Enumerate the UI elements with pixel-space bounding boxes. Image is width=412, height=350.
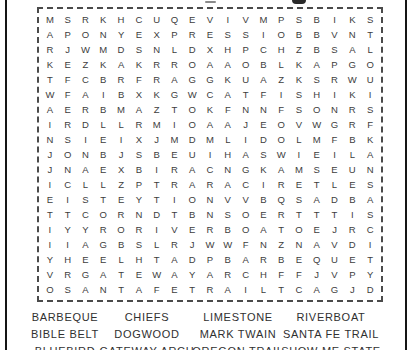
grid-cell-r17c1[interactable]: Y bbox=[41, 252, 59, 267]
grid-cell-r5c18[interactable]: W bbox=[343, 72, 361, 87]
grid-cell-r2c7[interactable]: X bbox=[148, 27, 166, 42]
grid-cell-r1c1[interactable]: M bbox=[41, 12, 59, 27]
grid-cell-r5c13[interactable]: A bbox=[254, 72, 272, 87]
grid-cell-r9c17[interactable]: F bbox=[326, 132, 344, 147]
grid-cell-r2c19[interactable]: T bbox=[361, 27, 379, 42]
grid-cell-r18c7[interactable]: W bbox=[148, 267, 166, 282]
grid-cell-r4c18[interactable]: G bbox=[343, 57, 361, 72]
grid-cell-r10c14[interactable]: W bbox=[272, 147, 290, 162]
grid-cell-r8c1[interactable]: I bbox=[41, 117, 59, 132]
grid-cell-r19c8[interactable]: E bbox=[166, 282, 184, 297]
grid-cell-r17c6[interactable]: H bbox=[130, 252, 148, 267]
grid-cell-r4c11[interactable]: A bbox=[219, 57, 237, 72]
grid-cell-r5c5[interactable]: R bbox=[112, 72, 130, 87]
grid-cell-r5c14[interactable]: Z bbox=[272, 72, 290, 87]
grid-cell-r15c16[interactable]: E bbox=[308, 222, 326, 237]
grid-cell-r17c5[interactable]: L bbox=[112, 252, 130, 267]
grid-cell-r7c7[interactable]: Z bbox=[148, 102, 166, 117]
grid-cell-r18c3[interactable]: G bbox=[77, 267, 95, 282]
grid-cell-r8c4[interactable]: L bbox=[94, 117, 112, 132]
grid-cell-r6c7[interactable]: K bbox=[148, 87, 166, 102]
grid-cell-r13c2[interactable]: I bbox=[59, 192, 77, 207]
grid-cell-r14c11[interactable]: S bbox=[219, 207, 237, 222]
grid-cell-r10c11[interactable]: H bbox=[219, 147, 237, 162]
grid-cell-r14c9[interactable]: B bbox=[183, 207, 201, 222]
grid-cell-r15c7[interactable]: I bbox=[148, 222, 166, 237]
grid-cell-r2c11[interactable]: S bbox=[219, 27, 237, 42]
grid-cell-r7c9[interactable]: O bbox=[183, 102, 201, 117]
grid-cell-r10c17[interactable]: I bbox=[326, 147, 344, 162]
grid-cell-r9c10[interactable]: M bbox=[201, 132, 219, 147]
grid-cell-r15c15[interactable]: O bbox=[290, 222, 308, 237]
grid-cell-r11c8[interactable]: R bbox=[166, 162, 184, 177]
grid-cell-r11c10[interactable]: C bbox=[201, 162, 219, 177]
grid-cell-r15c18[interactable]: R bbox=[343, 222, 361, 237]
grid-cell-r1c4[interactable]: K bbox=[94, 12, 112, 27]
grid-cell-r16c17[interactable]: V bbox=[326, 237, 344, 252]
grid-cell-r9c14[interactable]: O bbox=[272, 132, 290, 147]
grid-cell-r5c9[interactable]: G bbox=[183, 72, 201, 87]
grid-cell-r8c18[interactable]: R bbox=[343, 117, 361, 132]
grid-cell-r7c18[interactable]: R bbox=[343, 102, 361, 117]
grid-cell-r13c12[interactable]: V bbox=[237, 192, 255, 207]
grid-cell-r4c17[interactable]: P bbox=[326, 57, 344, 72]
grid-cell-r18c13[interactable]: H bbox=[254, 267, 272, 282]
grid-cell-r6c17[interactable]: I bbox=[326, 87, 344, 102]
grid-cell-r12c16[interactable]: T bbox=[308, 177, 326, 192]
grid-cell-r15c11[interactable]: B bbox=[219, 222, 237, 237]
grid-cell-r3c17[interactable]: S bbox=[326, 42, 344, 57]
grid-cell-r14c17[interactable]: T bbox=[326, 207, 344, 222]
grid-cell-r6c14[interactable]: I bbox=[272, 87, 290, 102]
grid-cell-r3c6[interactable]: S bbox=[130, 42, 148, 57]
grid-cell-r9c18[interactable]: B bbox=[343, 132, 361, 147]
grid-cell-r7c5[interactable]: M bbox=[112, 102, 130, 117]
grid-cell-r3c11[interactable]: H bbox=[219, 42, 237, 57]
grid-cell-r18c4[interactable]: A bbox=[94, 267, 112, 282]
grid-cell-r15c12[interactable]: O bbox=[237, 222, 255, 237]
grid-cell-r18c2[interactable]: R bbox=[59, 267, 77, 282]
grid-cell-r12c17[interactable]: L bbox=[326, 177, 344, 192]
grid-cell-r6c16[interactable]: H bbox=[308, 87, 326, 102]
grid-cell-r1c6[interactable]: C bbox=[130, 12, 148, 27]
grid-cell-r9c11[interactable]: L bbox=[219, 132, 237, 147]
grid-cell-r19c4[interactable]: N bbox=[94, 282, 112, 297]
grid-cell-r17c15[interactable]: E bbox=[290, 252, 308, 267]
grid-cell-r12c18[interactable]: E bbox=[343, 177, 361, 192]
grid-cell-r16c7[interactable]: L bbox=[148, 237, 166, 252]
grid-cell-r11c4[interactable]: E bbox=[94, 162, 112, 177]
grid-cell-r8c8[interactable]: I bbox=[166, 117, 184, 132]
grid-cell-r10c13[interactable]: S bbox=[254, 147, 272, 162]
grid-cell-r18c8[interactable]: A bbox=[166, 267, 184, 282]
grid-cell-r13c9[interactable]: O bbox=[183, 192, 201, 207]
grid-cell-r6c18[interactable]: K bbox=[343, 87, 361, 102]
grid-cell-r11c3[interactable]: A bbox=[77, 162, 95, 177]
grid-cell-r3c19[interactable]: L bbox=[361, 42, 379, 57]
grid-cell-r8c10[interactable]: A bbox=[201, 117, 219, 132]
grid-cell-r6c10[interactable]: C bbox=[201, 87, 219, 102]
grid-cell-r13c14[interactable]: Q bbox=[272, 192, 290, 207]
grid-cell-r16c6[interactable]: S bbox=[130, 237, 148, 252]
grid-cell-r13c5[interactable]: E bbox=[112, 192, 130, 207]
grid-cell-r8c3[interactable]: D bbox=[77, 117, 95, 132]
grid-cell-r15c6[interactable]: R bbox=[130, 222, 148, 237]
grid-cell-r16c8[interactable]: R bbox=[166, 237, 184, 252]
grid-cell-r12c9[interactable]: A bbox=[183, 177, 201, 192]
grid-cell-r3c14[interactable]: H bbox=[272, 42, 290, 57]
grid-cell-r8c11[interactable]: A bbox=[219, 117, 237, 132]
grid-cell-r3c15[interactable]: Z bbox=[290, 42, 308, 57]
grid-cell-r19c11[interactable]: A bbox=[219, 282, 237, 297]
grid-cell-r1c14[interactable]: P bbox=[272, 12, 290, 27]
grid-cell-r4c12[interactable]: O bbox=[237, 57, 255, 72]
grid-cell-r4c6[interactable]: K bbox=[130, 57, 148, 72]
grid-cell-r6c1[interactable]: W bbox=[41, 87, 59, 102]
grid-cell-r18c5[interactable]: T bbox=[112, 267, 130, 282]
grid-cell-r6c3[interactable]: A bbox=[77, 87, 95, 102]
grid-cell-r14c6[interactable]: N bbox=[130, 207, 148, 222]
grid-cell-r16c11[interactable]: W bbox=[219, 237, 237, 252]
grid-cell-r13c11[interactable]: V bbox=[219, 192, 237, 207]
grid-cell-r14c3[interactable]: C bbox=[77, 207, 95, 222]
grid-cell-r6c2[interactable]: F bbox=[59, 87, 77, 102]
grid-cell-r8c5[interactable]: L bbox=[112, 117, 130, 132]
grid-cell-r13c4[interactable]: T bbox=[94, 192, 112, 207]
grid-cell-r4c4[interactable]: K bbox=[94, 57, 112, 72]
grid-cell-r2c18[interactable]: N bbox=[343, 27, 361, 42]
grid-cell-r9c15[interactable]: L bbox=[290, 132, 308, 147]
grid-cell-r15c2[interactable]: Y bbox=[59, 222, 77, 237]
grid-cell-r7c19[interactable]: S bbox=[361, 102, 379, 117]
grid-cell-r9c1[interactable]: N bbox=[41, 132, 59, 147]
grid-cell-r11c17[interactable]: E bbox=[326, 162, 344, 177]
grid-cell-r10c3[interactable]: N bbox=[77, 147, 95, 162]
grid-cell-r2c6[interactable]: E bbox=[130, 27, 148, 42]
grid-cell-r13c17[interactable]: D bbox=[326, 192, 344, 207]
grid-cell-r1c8[interactable]: Q bbox=[166, 12, 184, 27]
grid-cell-r2c8[interactable]: P bbox=[166, 27, 184, 42]
grid-cell-r16c2[interactable]: I bbox=[59, 237, 77, 252]
grid-cell-r18c14[interactable]: F bbox=[272, 267, 290, 282]
grid-cell-r18c10[interactable]: A bbox=[201, 267, 219, 282]
grid-cell-r18c1[interactable]: V bbox=[41, 267, 59, 282]
grid-cell-r4c2[interactable]: E bbox=[59, 57, 77, 72]
grid-cell-r17c3[interactable]: E bbox=[77, 252, 95, 267]
grid-cell-r6c9[interactable]: W bbox=[183, 87, 201, 102]
grid-cell-r8c7[interactable]: M bbox=[148, 117, 166, 132]
grid-cell-r15c14[interactable]: T bbox=[272, 222, 290, 237]
grid-cell-r12c7[interactable]: T bbox=[148, 177, 166, 192]
grid-cell-r4c9[interactable]: O bbox=[183, 57, 201, 72]
grid-cell-r18c18[interactable]: P bbox=[343, 267, 361, 282]
grid-cell-r7c6[interactable]: A bbox=[130, 102, 148, 117]
grid-cell-r13c3[interactable]: S bbox=[77, 192, 95, 207]
grid-cell-r6c5[interactable]: B bbox=[112, 87, 130, 102]
grid-cell-r8c9[interactable]: O bbox=[183, 117, 201, 132]
grid-cell-r10c4[interactable]: B bbox=[94, 147, 112, 162]
grid-cell-r15c3[interactable]: Y bbox=[77, 222, 95, 237]
grid-cell-r3c2[interactable]: J bbox=[59, 42, 77, 57]
grid-cell-r12c4[interactable]: L bbox=[94, 177, 112, 192]
grid-cell-r17c2[interactable]: H bbox=[59, 252, 77, 267]
grid-cell-r1c2[interactable]: S bbox=[59, 12, 77, 27]
grid-cell-r13c8[interactable]: I bbox=[166, 192, 184, 207]
grid-cell-r17c7[interactable]: T bbox=[148, 252, 166, 267]
grid-cell-r18c17[interactable]: V bbox=[326, 267, 344, 282]
grid-cell-r11c6[interactable]: B bbox=[130, 162, 148, 177]
grid-cell-r16c18[interactable]: D bbox=[343, 237, 361, 252]
grid-cell-r14c13[interactable]: E bbox=[254, 207, 272, 222]
grid-cell-r15c1[interactable]: I bbox=[41, 222, 59, 237]
grid-cell-r1c13[interactable]: M bbox=[254, 12, 272, 27]
grid-cell-r14c7[interactable]: D bbox=[148, 207, 166, 222]
grid-cell-r14c18[interactable]: I bbox=[343, 207, 361, 222]
grid-cell-r4c8[interactable]: R bbox=[166, 57, 184, 72]
grid-cell-r10c1[interactable]: J bbox=[41, 147, 59, 162]
grid-cell-r12c19[interactable]: S bbox=[361, 177, 379, 192]
grid-cell-r14c14[interactable]: R bbox=[272, 207, 290, 222]
grid-cell-r15c9[interactable]: E bbox=[183, 222, 201, 237]
grid-cell-r9c8[interactable]: M bbox=[166, 132, 184, 147]
grid-cell-r4c13[interactable]: B bbox=[254, 57, 272, 72]
grid-cell-r8c2[interactable]: R bbox=[59, 117, 77, 132]
grid-cell-r5c2[interactable]: F bbox=[59, 72, 77, 87]
grid-cell-r2c15[interactable]: B bbox=[290, 27, 308, 42]
grid-cell-r8c14[interactable]: O bbox=[272, 117, 290, 132]
grid-cell-r19c14[interactable]: T bbox=[272, 282, 290, 297]
grid-cell-r12c14[interactable]: R bbox=[272, 177, 290, 192]
grid-cell-r6c19[interactable]: I bbox=[361, 87, 379, 102]
grid-cell-r10c5[interactable]: J bbox=[112, 147, 130, 162]
grid-cell-r9c16[interactable]: M bbox=[308, 132, 326, 147]
grid-cell-r12c15[interactable]: E bbox=[290, 177, 308, 192]
grid-cell-r10c7[interactable]: B bbox=[148, 147, 166, 162]
grid-cell-r5c16[interactable]: S bbox=[308, 72, 326, 87]
grid-cell-r13c10[interactable]: N bbox=[201, 192, 219, 207]
grid-cell-r11c9[interactable]: A bbox=[183, 162, 201, 177]
grid-cell-r9c13[interactable]: D bbox=[254, 132, 272, 147]
grid-cell-r9c5[interactable]: I bbox=[112, 132, 130, 147]
grid-cell-r16c12[interactable]: F bbox=[237, 237, 255, 252]
grid-cell-r6c15[interactable]: S bbox=[290, 87, 308, 102]
grid-cell-r17c16[interactable]: Q bbox=[308, 252, 326, 267]
grid-cell-r5c19[interactable]: U bbox=[361, 72, 379, 87]
grid-cell-r13c15[interactable]: S bbox=[290, 192, 308, 207]
grid-cell-r19c15[interactable]: C bbox=[290, 282, 308, 297]
grid-cell-r14c16[interactable]: T bbox=[308, 207, 326, 222]
grid-cell-r13c7[interactable]: T bbox=[148, 192, 166, 207]
grid-cell-r15c8[interactable]: V bbox=[166, 222, 184, 237]
grid-cell-r5c1[interactable]: T bbox=[41, 72, 59, 87]
grid-cell-r11c16[interactable]: S bbox=[308, 162, 326, 177]
grid-cell-r4c16[interactable]: A bbox=[308, 57, 326, 72]
grid-cell-r12c8[interactable]: R bbox=[166, 177, 184, 192]
grid-cell-r8c6[interactable]: R bbox=[130, 117, 148, 132]
grid-cell-r1c18[interactable]: K bbox=[343, 12, 361, 27]
grid-cell-r14c15[interactable]: T bbox=[290, 207, 308, 222]
grid-cell-r7c15[interactable]: S bbox=[290, 102, 308, 117]
grid-cell-r4c1[interactable]: K bbox=[41, 57, 59, 72]
grid-cell-r12c1[interactable]: I bbox=[41, 177, 59, 192]
grid-cell-r12c12[interactable]: C bbox=[237, 177, 255, 192]
grid-cell-r17c19[interactable]: T bbox=[361, 252, 379, 267]
grid-cell-r3c7[interactable]: N bbox=[148, 42, 166, 57]
grid-cell-r18c19[interactable]: Y bbox=[361, 267, 379, 282]
grid-cell-r12c2[interactable]: C bbox=[59, 177, 77, 192]
grid-cell-r3c5[interactable]: D bbox=[112, 42, 130, 57]
grid-cell-r1c9[interactable]: E bbox=[183, 12, 201, 27]
grid-cell-r7c14[interactable]: F bbox=[272, 102, 290, 117]
grid-cell-r3c10[interactable]: X bbox=[201, 42, 219, 57]
grid-cell-r16c19[interactable]: I bbox=[361, 237, 379, 252]
grid-cell-r7c13[interactable]: N bbox=[254, 102, 272, 117]
grid-cell-r15c13[interactable]: A bbox=[254, 222, 272, 237]
grid-cell-r15c19[interactable]: C bbox=[361, 222, 379, 237]
grid-cell-r5c3[interactable]: C bbox=[77, 72, 95, 87]
grid-cell-r19c5[interactable]: T bbox=[112, 282, 130, 297]
grid-cell-r8c17[interactable]: G bbox=[326, 117, 344, 132]
grid-cell-r1c19[interactable]: S bbox=[361, 12, 379, 27]
grid-cell-r10c15[interactable]: I bbox=[290, 147, 308, 162]
grid-cell-r2c16[interactable]: B bbox=[308, 27, 326, 42]
grid-cell-r16c4[interactable]: G bbox=[94, 237, 112, 252]
grid-cell-r19c2[interactable]: S bbox=[59, 282, 77, 297]
grid-cell-r9c9[interactable]: D bbox=[183, 132, 201, 147]
grid-cell-r11c13[interactable]: K bbox=[254, 162, 272, 177]
grid-cell-r14c5[interactable]: R bbox=[112, 207, 130, 222]
grid-cell-r19c18[interactable]: J bbox=[343, 282, 361, 297]
grid-cell-r19c3[interactable]: A bbox=[77, 282, 95, 297]
grid-cell-r19c12[interactable]: I bbox=[237, 282, 255, 297]
grid-cell-r3c13[interactable]: C bbox=[254, 42, 272, 57]
grid-cell-r16c3[interactable]: A bbox=[77, 237, 95, 252]
grid-cell-r7c10[interactable]: K bbox=[201, 102, 219, 117]
grid-cell-r2c17[interactable]: V bbox=[326, 27, 344, 42]
grid-cell-r13c13[interactable]: B bbox=[254, 192, 272, 207]
grid-cell-r11c1[interactable]: J bbox=[41, 162, 59, 177]
grid-cell-r19c9[interactable]: T bbox=[183, 282, 201, 297]
grid-cell-r7c8[interactable]: T bbox=[166, 102, 184, 117]
grid-cell-r14c2[interactable]: T bbox=[59, 207, 77, 222]
grid-cell-r17c13[interactable]: R bbox=[254, 252, 272, 267]
grid-cell-r19c6[interactable]: A bbox=[130, 282, 148, 297]
grid-cell-r14c4[interactable]: O bbox=[94, 207, 112, 222]
grid-cell-r2c10[interactable]: E bbox=[201, 27, 219, 42]
grid-cell-r17c17[interactable]: U bbox=[326, 252, 344, 267]
grid-cell-r19c10[interactable]: R bbox=[201, 282, 219, 297]
grid-cell-r5c8[interactable]: A bbox=[166, 72, 184, 87]
grid-cell-r19c17[interactable]: G bbox=[326, 282, 344, 297]
grid-cell-r15c5[interactable]: O bbox=[112, 222, 130, 237]
grid-cell-r4c15[interactable]: K bbox=[290, 57, 308, 72]
grid-cell-r17c14[interactable]: B bbox=[272, 252, 290, 267]
grid-cell-r7c12[interactable]: N bbox=[237, 102, 255, 117]
grid-cell-r1c5[interactable]: H bbox=[112, 12, 130, 27]
grid-cell-r9c3[interactable]: I bbox=[77, 132, 95, 147]
grid-cell-r3c8[interactable]: L bbox=[166, 42, 184, 57]
grid-cell-r4c14[interactable]: L bbox=[272, 57, 290, 72]
grid-cell-r15c10[interactable]: R bbox=[201, 222, 219, 237]
grid-cell-r9c7[interactable]: J bbox=[148, 132, 166, 147]
grid-cell-r18c12[interactable]: C bbox=[237, 267, 255, 282]
grid-cell-r7c4[interactable]: B bbox=[94, 102, 112, 117]
grid-cell-r7c11[interactable]: F bbox=[219, 102, 237, 117]
grid-cell-r13c6[interactable]: Y bbox=[130, 192, 148, 207]
grid-cell-r14c8[interactable]: T bbox=[166, 207, 184, 222]
grid-cell-r14c12[interactable]: O bbox=[237, 207, 255, 222]
grid-cell-r11c12[interactable]: G bbox=[237, 162, 255, 177]
grid-cell-r7c1[interactable]: A bbox=[41, 102, 59, 117]
grid-cell-r3c4[interactable]: M bbox=[94, 42, 112, 57]
grid-cell-r2c4[interactable]: N bbox=[94, 27, 112, 42]
grid-cell-r4c5[interactable]: A bbox=[112, 57, 130, 72]
grid-cell-r19c16[interactable]: A bbox=[308, 282, 326, 297]
grid-cell-r10c12[interactable]: A bbox=[237, 147, 255, 162]
grid-cell-r6c4[interactable]: I bbox=[94, 87, 112, 102]
grid-cell-r3c16[interactable]: B bbox=[308, 42, 326, 57]
grid-cell-r11c7[interactable]: I bbox=[148, 162, 166, 177]
grid-cell-r6c11[interactable]: A bbox=[219, 87, 237, 102]
grid-cell-r1c16[interactable]: B bbox=[308, 12, 326, 27]
grid-cell-r10c8[interactable]: E bbox=[166, 147, 184, 162]
grid-cell-r1c10[interactable]: V bbox=[201, 12, 219, 27]
grid-cell-r19c19[interactable]: D bbox=[361, 282, 379, 297]
grid-cell-r9c19[interactable]: K bbox=[361, 132, 379, 147]
grid-cell-r8c16[interactable]: W bbox=[308, 117, 326, 132]
grid-cell-r2c14[interactable]: O bbox=[272, 27, 290, 42]
grid-cell-r7c3[interactable]: R bbox=[77, 102, 95, 117]
grid-cell-r8c19[interactable]: F bbox=[361, 117, 379, 132]
grid-cell-r16c15[interactable]: N bbox=[290, 237, 308, 252]
grid-cell-r2c13[interactable]: I bbox=[254, 27, 272, 42]
grid-cell-r17c9[interactable]: D bbox=[183, 252, 201, 267]
grid-cell-r10c10[interactable]: I bbox=[201, 147, 219, 162]
grid-cell-r4c19[interactable]: O bbox=[361, 57, 379, 72]
grid-cell-r3c1[interactable]: R bbox=[41, 42, 59, 57]
grid-cell-r3c18[interactable]: A bbox=[343, 42, 361, 57]
grid-cell-r18c15[interactable]: F bbox=[290, 267, 308, 282]
grid-cell-r14c1[interactable]: T bbox=[41, 207, 59, 222]
grid-cell-r6c12[interactable]: T bbox=[237, 87, 255, 102]
grid-cell-r7c17[interactable]: N bbox=[326, 102, 344, 117]
grid-cell-r3c3[interactable]: W bbox=[77, 42, 95, 57]
grid-cell-r16c10[interactable]: W bbox=[201, 237, 219, 252]
grid-cell-r16c14[interactable]: Z bbox=[272, 237, 290, 252]
grid-cell-r12c10[interactable]: R bbox=[201, 177, 219, 192]
grid-cell-r5c17[interactable]: R bbox=[326, 72, 344, 87]
grid-cell-r1c17[interactable]: I bbox=[326, 12, 344, 27]
grid-cell-r10c19[interactable]: A bbox=[361, 147, 379, 162]
grid-cell-r3c9[interactable]: D bbox=[183, 42, 201, 57]
grid-cell-r16c13[interactable]: N bbox=[254, 237, 272, 252]
grid-cell-r5c6[interactable]: F bbox=[130, 72, 148, 87]
grid-cell-r17c4[interactable]: E bbox=[94, 252, 112, 267]
grid-cell-r4c10[interactable]: A bbox=[201, 57, 219, 72]
grid-cell-r14c19[interactable]: S bbox=[361, 207, 379, 222]
grid-cell-r9c12[interactable]: I bbox=[237, 132, 255, 147]
grid-cell-r6c6[interactable]: X bbox=[130, 87, 148, 102]
grid-cell-r11c11[interactable]: N bbox=[219, 162, 237, 177]
grid-cell-r15c4[interactable]: R bbox=[94, 222, 112, 237]
grid-cell-r13c1[interactable]: E bbox=[41, 192, 59, 207]
grid-cell-r16c5[interactable]: B bbox=[112, 237, 130, 252]
grid-cell-r14c10[interactable]: N bbox=[201, 207, 219, 222]
grid-cell-r18c16[interactable]: J bbox=[308, 267, 326, 282]
grid-cell-r5c4[interactable]: B bbox=[94, 72, 112, 87]
grid-cell-r2c3[interactable]: O bbox=[77, 27, 95, 42]
grid-cell-r7c16[interactable]: O bbox=[308, 102, 326, 117]
